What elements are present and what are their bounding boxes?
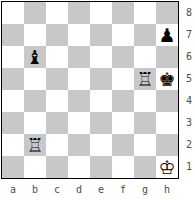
square-a3[interactable] (2, 112, 24, 134)
square-c6[interactable] (46, 46, 68, 68)
square-d4[interactable] (68, 90, 90, 112)
square-h4[interactable] (156, 90, 178, 112)
square-b7[interactable] (24, 24, 46, 46)
square-f3[interactable] (112, 112, 134, 134)
square-b3[interactable] (24, 112, 46, 134)
square-h8[interactable] (156, 2, 178, 24)
square-g6[interactable] (134, 46, 156, 68)
square-f5[interactable] (112, 68, 134, 90)
square-h7[interactable]: ♟ (156, 24, 178, 46)
square-g1[interactable] (134, 156, 156, 178)
square-f1[interactable] (112, 156, 134, 178)
piece-black-bishop[interactable]: ♝ (26, 46, 43, 68)
square-e8[interactable] (90, 2, 112, 24)
square-f2[interactable] (112, 134, 134, 156)
square-c1[interactable] (46, 156, 68, 178)
square-e4[interactable] (90, 90, 112, 112)
piece-black-pawn[interactable]: ♟ (158, 24, 175, 46)
square-c2[interactable] (46, 134, 68, 156)
piece-white-king[interactable]: ♔ (158, 156, 175, 178)
square-h5[interactable]: ♚ (156, 68, 178, 90)
square-f8[interactable] (112, 2, 134, 24)
rank-label-4: 4 (183, 90, 195, 112)
square-b6[interactable]: ♝ (24, 46, 46, 68)
square-d7[interactable] (68, 24, 90, 46)
rank-label-3: 3 (183, 112, 195, 134)
square-b4[interactable] (24, 90, 46, 112)
file-label-h: h (156, 182, 178, 198)
square-a6[interactable] (2, 46, 24, 68)
square-d3[interactable] (68, 112, 90, 134)
rank-label-2: 2 (183, 134, 195, 156)
square-b8[interactable] (24, 2, 46, 24)
chess-board-diagram: ♟♝♖♚♖♔ 87654321 abcdefgh (0, 0, 195, 200)
board-border: ♟♝♖♚♖♔ (1, 1, 179, 179)
rank-label-8: 8 (183, 2, 195, 24)
square-g4[interactable] (134, 90, 156, 112)
square-a8[interactable] (2, 2, 24, 24)
square-a2[interactable] (2, 134, 24, 156)
square-h6[interactable] (156, 46, 178, 68)
square-g8[interactable] (134, 2, 156, 24)
rank-label-7: 7 (183, 24, 195, 46)
square-g3[interactable] (134, 112, 156, 134)
rank-label-1: 1 (183, 156, 195, 178)
piece-white-rook[interactable]: ♖ (136, 68, 153, 90)
square-f4[interactable] (112, 90, 134, 112)
square-f7[interactable] (112, 24, 134, 46)
file-label-f: f (112, 182, 134, 198)
square-c7[interactable] (46, 24, 68, 46)
square-h1[interactable]: ♔ (156, 156, 178, 178)
square-h3[interactable] (156, 112, 178, 134)
square-b2[interactable]: ♖ (24, 134, 46, 156)
square-h2[interactable] (156, 134, 178, 156)
square-a5[interactable] (2, 68, 24, 90)
square-d1[interactable] (68, 156, 90, 178)
square-c8[interactable] (46, 2, 68, 24)
square-a4[interactable] (2, 90, 24, 112)
square-e1[interactable] (90, 156, 112, 178)
file-label-d: d (68, 182, 90, 198)
square-g5[interactable]: ♖ (134, 68, 156, 90)
square-g7[interactable] (134, 24, 156, 46)
file-label-c: c (46, 182, 68, 198)
file-label-g: g (134, 182, 156, 198)
square-d8[interactable] (68, 2, 90, 24)
square-b1[interactable] (24, 156, 46, 178)
square-e7[interactable] (90, 24, 112, 46)
square-f6[interactable] (112, 46, 134, 68)
chess-board: ♟♝♖♚♖♔ (2, 2, 178, 178)
square-b5[interactable] (24, 68, 46, 90)
rank-label-6: 6 (183, 46, 195, 68)
square-c3[interactable] (46, 112, 68, 134)
file-label-a: a (2, 182, 24, 198)
rank-label-5: 5 (183, 68, 195, 90)
file-label-b: b (24, 182, 46, 198)
square-a1[interactable] (2, 156, 24, 178)
square-e6[interactable] (90, 46, 112, 68)
square-g2[interactable] (134, 134, 156, 156)
square-d2[interactable] (68, 134, 90, 156)
square-a7[interactable] (2, 24, 24, 46)
piece-black-king[interactable]: ♚ (158, 68, 175, 90)
square-e2[interactable] (90, 134, 112, 156)
file-label-e: e (90, 182, 112, 198)
square-c5[interactable] (46, 68, 68, 90)
square-d6[interactable] (68, 46, 90, 68)
square-c4[interactable] (46, 90, 68, 112)
piece-white-rook[interactable]: ♖ (26, 134, 43, 156)
square-e3[interactable] (90, 112, 112, 134)
square-d5[interactable] (68, 68, 90, 90)
square-e5[interactable] (90, 68, 112, 90)
